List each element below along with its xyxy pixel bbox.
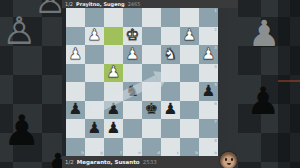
square-c8[interactable]: c — [161, 138, 180, 157]
square-a3[interactable]: ♟3 — [199, 45, 218, 64]
file-label: g — [100, 151, 103, 155]
rank-label: 4 — [214, 65, 217, 69]
bottom-player-name: Megaranto, Susanto — [77, 156, 140, 168]
square-b5[interactable] — [180, 82, 199, 101]
file-label: a — [214, 151, 217, 155]
chess-video-frame: ♙ ♙ ♟ ♟ ♟ ♟ 1/2 Prayitno, Sugeng 2465 1♟… — [0, 0, 300, 168]
rank-label: 7 — [214, 120, 217, 124]
square-f3[interactable] — [104, 45, 123, 64]
black-king[interactable]: ♚ — [145, 102, 159, 118]
square-h8[interactable]: h — [66, 138, 85, 157]
square-a2[interactable]: 2 — [199, 27, 218, 46]
square-e8[interactable]: e — [123, 138, 142, 157]
top-player-bar: 1/2 Prayitno, Sugeng 2465 — [62, 0, 238, 8]
file-label: c — [177, 151, 179, 155]
square-e1[interactable] — [123, 8, 142, 27]
file-label: b — [195, 151, 198, 155]
black-pawn[interactable]: ♟ — [202, 84, 216, 100]
rank-label: 2 — [214, 28, 217, 32]
background-board-right: ♟ ♟ — [238, 0, 300, 168]
monkey-face-emoji — [220, 152, 237, 168]
white-knight[interactable]: ♞ — [164, 47, 178, 63]
square-d4[interactable] — [142, 64, 161, 83]
square-c1[interactable] — [161, 8, 180, 27]
square-a7[interactable]: 7 — [199, 119, 218, 138]
square-c2[interactable] — [161, 27, 180, 46]
black-knight[interactable]: ♞ — [126, 84, 140, 100]
square-e4[interactable] — [123, 64, 142, 83]
square-d2[interactable] — [142, 27, 161, 46]
background-edge-strip — [278, 0, 300, 168]
square-h4[interactable] — [66, 64, 85, 83]
square-h2[interactable] — [66, 27, 85, 46]
square-e7[interactable] — [123, 119, 142, 138]
bottom-player-rating: 2533 — [143, 156, 157, 168]
bottom-player-bar: 1/2 Megaranto, Susanto 2533 — [62, 156, 238, 168]
square-h6[interactable]: ♟ — [66, 101, 85, 120]
square-e2[interactable]: ♚ — [123, 27, 142, 46]
white-pawn[interactable]: ♟ — [88, 28, 102, 44]
emoji-mouth — [227, 163, 231, 165]
top-player-name: Prayitno, Sugeng — [76, 0, 125, 8]
red-streak — [278, 80, 300, 82]
square-d1[interactable] — [142, 8, 161, 27]
square-c3[interactable]: ♞ — [161, 45, 180, 64]
square-c7[interactable] — [161, 119, 180, 138]
rank-label: 6 — [214, 102, 217, 106]
black-pawn[interactable]: ♟ — [107, 121, 121, 137]
square-a5[interactable]: ♟5 — [199, 82, 218, 101]
square-f2[interactable] — [104, 27, 123, 46]
square-g4[interactable] — [85, 64, 104, 83]
top-player-rating: 2465 — [128, 0, 141, 8]
square-f1[interactable] — [104, 8, 123, 27]
square-b3[interactable] — [180, 45, 199, 64]
white-pawn[interactable]: ♟ — [126, 47, 140, 63]
square-a4[interactable]: 4 — [199, 64, 218, 83]
chess-board[interactable]: 1♟♚♟2♟♟♞♟3♟4♞♟5♟♟♚♟6♟♟7hgfedcb8a — [66, 8, 218, 156]
bottom-player-score: 1/2 — [65, 156, 74, 168]
square-g8[interactable]: g — [85, 138, 104, 157]
square-b7[interactable] — [180, 119, 199, 138]
video-column: 1/2 Prayitno, Sugeng 2465 1♟♚♟2♟♟♞♟3♟4♞♟… — [62, 0, 238, 168]
file-label: e — [138, 151, 141, 155]
white-pawn[interactable]: ♟ — [107, 65, 121, 81]
square-e3[interactable]: ♟ — [123, 45, 142, 64]
background-board-left: ♙ ♙ ♟ ♟ — [0, 0, 62, 168]
file-label: h — [81, 151, 84, 155]
square-a8[interactable]: 8a — [199, 138, 218, 157]
square-b8[interactable]: b — [180, 138, 199, 157]
square-c5[interactable] — [161, 82, 180, 101]
square-b4[interactable] — [180, 64, 199, 83]
square-g7[interactable]: ♟ — [85, 119, 104, 138]
square-b2[interactable]: ♟ — [180, 27, 199, 46]
black-pawn[interactable]: ♟ — [69, 102, 83, 118]
square-f8[interactable]: f — [104, 138, 123, 157]
square-d5[interactable] — [142, 82, 161, 101]
square-h7[interactable] — [66, 119, 85, 138]
emoji-eye — [231, 158, 233, 161]
background-shade — [0, 0, 62, 168]
square-d8[interactable]: d — [142, 138, 161, 157]
black-pawn[interactable]: ♟ — [164, 102, 178, 118]
square-g1[interactable] — [85, 8, 104, 27]
file-label: d — [157, 151, 160, 155]
square-e5[interactable]: ♞ — [123, 82, 142, 101]
square-f6[interactable]: ♟ — [104, 101, 123, 120]
square-b1[interactable] — [180, 8, 199, 27]
white-king[interactable]: ♚ — [126, 28, 140, 44]
square-b6[interactable] — [180, 101, 199, 120]
square-a1[interactable]: 1 — [199, 8, 218, 27]
white-pawn[interactable]: ♟ — [183, 28, 197, 44]
square-g6[interactable] — [85, 101, 104, 120]
square-f7[interactable]: ♟ — [104, 119, 123, 138]
black-pawn[interactable]: ♟ — [107, 102, 121, 118]
square-d6[interactable]: ♚ — [142, 101, 161, 120]
square-a6[interactable]: 6 — [199, 101, 218, 120]
white-pawn[interactable]: ♟ — [202, 47, 216, 63]
square-f5[interactable] — [104, 82, 123, 101]
square-h1[interactable] — [66, 8, 85, 27]
emoji-eye — [225, 158, 227, 161]
square-h5[interactable] — [66, 82, 85, 101]
square-h3[interactable]: ♟ — [66, 45, 85, 64]
square-e6[interactable] — [123, 101, 142, 120]
white-pawn[interactable]: ♟ — [69, 47, 83, 63]
black-pawn[interactable]: ♟ — [88, 121, 102, 137]
square-g2[interactable]: ♟ — [85, 27, 104, 46]
square-f4[interactable]: ♟ — [104, 64, 123, 83]
top-player-score: 1/2 — [65, 0, 73, 8]
rank-label: 8 — [214, 139, 217, 143]
rank-label: 1 — [214, 9, 217, 13]
square-c4[interactable] — [161, 64, 180, 83]
square-d3[interactable] — [142, 45, 161, 64]
square-g5[interactable] — [85, 82, 104, 101]
square-d7[interactable] — [142, 119, 161, 138]
square-c6[interactable]: ♟ — [161, 101, 180, 120]
file-label: f — [120, 151, 122, 155]
square-g3[interactable] — [85, 45, 104, 64]
